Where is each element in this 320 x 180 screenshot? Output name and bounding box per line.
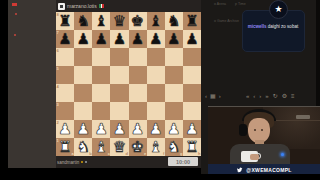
square-a6[interactable]: 6 xyxy=(56,48,74,66)
square-e1[interactable]: e♚ xyxy=(129,138,147,156)
square-f6[interactable] xyxy=(147,48,165,66)
top-player-name: marzano.lotis xyxy=(67,3,97,9)
blue-led-light xyxy=(281,153,284,156)
status-dot xyxy=(14,34,16,36)
square-g8[interactable]: ♞ xyxy=(165,12,183,30)
square-b8[interactable]: ♞ xyxy=(74,12,92,30)
piece-black-pawn[interactable]: ♟ xyxy=(165,30,183,48)
top-player-bar: marzano.lotis xyxy=(56,0,203,12)
overlay-label: o Arena xyxy=(214,2,226,6)
piece-black-pawn[interactable]: ♟ xyxy=(147,30,165,48)
board-toolbar-right: «‹›»↻⚙≡ xyxy=(246,93,295,99)
overlay-labels-row: o Arena p Time xyxy=(214,2,246,6)
square-f1[interactable]: f♝ xyxy=(147,138,165,156)
screen-edge xyxy=(316,0,320,106)
square-c8[interactable]: ♝ xyxy=(92,12,110,30)
square-c1[interactable]: c♝ xyxy=(92,138,110,156)
board-icon[interactable]: ▦ xyxy=(210,93,216,99)
overlay-labels-row: o Game Archive xyxy=(214,8,239,26)
piece-black-pawn[interactable]: ♟ xyxy=(129,30,147,48)
square-d3[interactable] xyxy=(110,102,128,120)
player-title-badge-icon xyxy=(58,3,65,10)
piece-white-pawn[interactable]: ♟ xyxy=(92,120,110,138)
next-icon[interactable]: › xyxy=(219,93,221,99)
square-g2[interactable]: ♟ xyxy=(165,120,183,138)
square-b6[interactable] xyxy=(74,48,92,66)
piece-black-bishop[interactable]: ♝ xyxy=(92,12,110,30)
overlay-label: p Time xyxy=(235,2,246,6)
square-d8[interactable]: ♛ xyxy=(110,12,128,30)
piece-white-pawn[interactable]: ♟ xyxy=(183,120,201,138)
chat-username: micwells xyxy=(248,24,268,29)
piece-white-bishop[interactable]: ♝ xyxy=(92,138,110,156)
square-c2[interactable]: ♟ xyxy=(92,120,110,138)
piece-black-knight[interactable]: ♞ xyxy=(165,12,183,30)
square-b3[interactable] xyxy=(74,102,92,120)
piece-white-queen[interactable]: ♛ xyxy=(110,138,128,156)
record-indicator-badge xyxy=(12,3,17,6)
first-move-icon[interactable]: « xyxy=(246,93,249,99)
piece-white-pawn[interactable]: ♟ xyxy=(56,120,74,138)
square-f3[interactable] xyxy=(147,102,165,120)
square-f2[interactable]: ♟ xyxy=(147,120,165,138)
square-g5[interactable] xyxy=(165,66,183,84)
last-move-icon[interactable]: » xyxy=(265,93,268,99)
trophy-icon xyxy=(81,161,83,163)
prev-move-icon[interactable]: ‹ xyxy=(253,93,255,99)
square-h8[interactable]: ♜ xyxy=(183,12,201,30)
prev-icon[interactable]: ‹ xyxy=(205,93,207,99)
status-icon xyxy=(85,161,87,163)
overlay-label: o Game Archive xyxy=(214,19,239,23)
square-b5[interactable] xyxy=(74,66,92,84)
rank-label: 3 xyxy=(57,103,59,107)
rank-label: 6 xyxy=(57,49,59,53)
settings-icon[interactable]: ⚙ xyxy=(282,93,287,99)
piece-black-pawn[interactable]: ♟ xyxy=(92,30,110,48)
bottom-player-name: sandmartin xyxy=(57,160,79,165)
piece-black-king[interactable]: ♚ xyxy=(129,12,147,30)
square-d1[interactable]: d♛ xyxy=(110,138,128,156)
square-e5[interactable] xyxy=(129,66,147,84)
square-b7[interactable]: ♟ xyxy=(74,30,92,48)
square-g6[interactable] xyxy=(165,48,183,66)
square-h6[interactable] xyxy=(183,48,201,66)
game-clock: 10:00 xyxy=(168,157,198,166)
rank-label: 5 xyxy=(57,67,59,71)
square-h2[interactable]: ♟ xyxy=(183,120,201,138)
piece-white-pawn[interactable]: ♟ xyxy=(110,120,128,138)
player-flag-icon xyxy=(99,4,104,8)
square-d4[interactable] xyxy=(110,84,128,102)
menu-icon[interactable]: ≡ xyxy=(291,93,295,99)
twitter-bird-icon xyxy=(236,167,243,173)
piece-black-queen[interactable]: ♛ xyxy=(110,12,128,30)
piece-black-pawn[interactable]: ♟ xyxy=(56,30,74,48)
square-c6[interactable] xyxy=(92,48,110,66)
piece-white-bishop[interactable]: ♝ xyxy=(147,138,165,156)
piece-white-pawn[interactable]: ♟ xyxy=(74,120,92,138)
webcam-view: @XWEMACOMPL xyxy=(208,106,320,175)
piece-white-pawn[interactable]: ♟ xyxy=(165,120,183,138)
replay-icon[interactable]: ↻ xyxy=(273,93,278,99)
chess-board[interactable]: 8♜♞♝♛♚♝♞♜7♟♟♟♟♟♟♟♟65432♟♟♟♟♟♟♟♟1a♜b♞c♝d♛… xyxy=(56,12,201,156)
square-f8[interactable]: ♝ xyxy=(147,12,165,30)
square-h4[interactable] xyxy=(183,84,201,102)
piece-white-rook[interactable]: ♜ xyxy=(183,138,201,156)
piece-white-knight[interactable]: ♞ xyxy=(165,138,183,156)
piece-white-pawn[interactable]: ♟ xyxy=(129,120,147,138)
piece-black-knight[interactable]: ♞ xyxy=(74,12,92,30)
chat-message: micwells daighi zo sobat xyxy=(244,24,302,29)
square-h1[interactable]: h♜ xyxy=(183,138,201,156)
screen-edge xyxy=(201,174,320,180)
square-e4[interactable] xyxy=(129,84,147,102)
piece-black-rook[interactable]: ♜ xyxy=(183,12,201,30)
piece-black-pawn[interactable]: ♟ xyxy=(183,30,201,48)
piece-black-bishop[interactable]: ♝ xyxy=(147,12,165,30)
square-a7[interactable]: 7♟ xyxy=(56,30,74,48)
square-g3[interactable] xyxy=(165,102,183,120)
left-side-panel xyxy=(8,0,56,168)
piece-white-rook[interactable]: ♜ xyxy=(56,138,74,156)
twitter-handle: @XWEMACOMPL xyxy=(246,167,291,173)
piece-white-pawn[interactable]: ♟ xyxy=(147,120,165,138)
square-a4[interactable]: 4 xyxy=(56,84,74,102)
square-b4[interactable] xyxy=(74,84,92,102)
piece-white-king[interactable]: ♚ xyxy=(129,138,147,156)
stream-right-region: o Arena p Time o Game Archive ★ micwells… xyxy=(201,0,320,174)
square-h3[interactable] xyxy=(183,102,201,120)
next-move-icon[interactable]: › xyxy=(259,93,261,99)
streamer-hand xyxy=(250,154,259,160)
square-f4[interactable] xyxy=(147,84,165,102)
square-a2[interactable]: 2♟ xyxy=(56,120,74,138)
square-b2[interactable]: ♟ xyxy=(74,120,92,138)
square-g1[interactable]: g♞ xyxy=(165,138,183,156)
piece-white-knight[interactable]: ♞ xyxy=(74,138,92,156)
square-d6[interactable] xyxy=(110,48,128,66)
square-c5[interactable] xyxy=(92,66,110,84)
square-e8[interactable]: ♚ xyxy=(129,12,147,30)
square-a5[interactable]: 5 xyxy=(56,66,74,84)
eye xyxy=(254,129,256,131)
status-dot xyxy=(15,13,17,15)
square-d2[interactable]: ♟ xyxy=(110,120,128,138)
square-d5[interactable] xyxy=(110,66,128,84)
square-a8[interactable]: 8♜ xyxy=(56,12,74,30)
square-e3[interactable] xyxy=(129,102,147,120)
square-d7[interactable]: ♟ xyxy=(110,30,128,48)
square-g7[interactable]: ♟ xyxy=(165,30,183,48)
square-f7[interactable]: ♟ xyxy=(147,30,165,48)
square-h7[interactable]: ♟ xyxy=(183,30,201,48)
square-c7[interactable]: ♟ xyxy=(92,30,110,48)
square-g4[interactable] xyxy=(165,84,183,102)
square-e6[interactable] xyxy=(129,48,147,66)
board-toolbar-left: ‹▦› xyxy=(205,93,221,99)
rank-label: 4 xyxy=(57,85,59,89)
piece-black-pawn[interactable]: ♟ xyxy=(110,30,128,48)
square-a3[interactable]: 3 xyxy=(56,102,74,120)
square-b1[interactable]: b♞ xyxy=(74,138,92,156)
eye xyxy=(261,129,263,131)
chat-message-text: daighi zo sobat xyxy=(268,24,298,29)
square-a1[interactable]: 1a♜ xyxy=(56,138,74,156)
piece-black-rook[interactable]: ♜ xyxy=(56,12,74,30)
star-icon: ★ xyxy=(269,0,288,19)
headphone-earcup-icon xyxy=(239,124,247,136)
square-c4[interactable] xyxy=(92,84,110,102)
square-e7[interactable]: ♟ xyxy=(129,30,147,48)
square-f5[interactable] xyxy=(147,66,165,84)
square-c3[interactable] xyxy=(92,102,110,120)
square-e2[interactable]: ♟ xyxy=(129,120,147,138)
piece-black-pawn[interactable]: ♟ xyxy=(74,30,92,48)
background-object xyxy=(296,115,310,119)
square-h5[interactable] xyxy=(183,66,201,84)
chess-game-panel: marzano.lotis 8♜♞♝♛♚♝♞♜7♟♟♟♟♟♟♟♟65432♟♟♟… xyxy=(56,0,201,168)
